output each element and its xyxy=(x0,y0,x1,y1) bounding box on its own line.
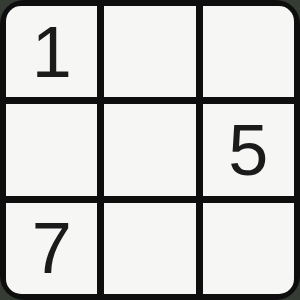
cell-r3c3[interactable] xyxy=(203,203,294,294)
cell-r1c1[interactable]: 1 xyxy=(6,6,97,97)
cell-r3c1[interactable]: 7 xyxy=(6,203,97,294)
cell-r2c1[interactable] xyxy=(6,104,97,195)
cell-r1c2[interactable] xyxy=(104,6,195,97)
cell-r2c3[interactable]: 5 xyxy=(203,104,294,195)
cell-r1c3[interactable] xyxy=(203,6,294,97)
cell-r3c2[interactable] xyxy=(104,203,195,294)
sudoku-board: 1 5 7 xyxy=(0,0,300,300)
cell-r2c2[interactable] xyxy=(104,104,195,195)
